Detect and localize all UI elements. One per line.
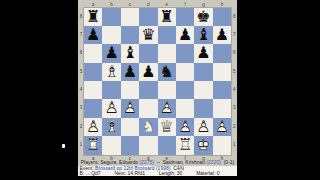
square-e7[interactable] xyxy=(158,26,176,44)
square-b7[interactable] xyxy=(102,26,120,44)
square-f1[interactable]: ♜♖ xyxy=(176,136,194,154)
rank-label-left-5: 5 xyxy=(79,63,84,81)
piece-black-rook[interactable]: ♜ xyxy=(158,8,176,26)
square-a5[interactable] xyxy=(84,63,102,81)
piece-black-pawn[interactable]: ♟ xyxy=(176,26,194,44)
square-h8[interactable] xyxy=(213,8,231,26)
piece-white-rook[interactable]: ♜♖ xyxy=(84,136,102,154)
rank-label-right-7: 7 xyxy=(232,26,237,44)
square-a8[interactable]: ♜ xyxy=(84,8,102,26)
rank-label-left-6: 6 xyxy=(79,44,84,62)
chess-board[interactable]: ♜♜♚♟♛♟♝♟♟♝♟♝♗♟♟♞♟♙♟♙♟♙♟♙♝♗♞♘♛♕♟♙♟♙♟♙♜♖♜♖… xyxy=(84,8,231,155)
square-h6[interactable] xyxy=(213,44,231,62)
piece-white-king[interactable]: ♚♔ xyxy=(194,136,212,154)
square-e5[interactable]: ♞ xyxy=(158,63,176,81)
square-c6[interactable]: ♝ xyxy=(121,44,139,62)
file-label-top-b: b xyxy=(102,2,120,7)
square-d5[interactable]: ♟ xyxy=(139,63,157,81)
square-a7[interactable]: ♟ xyxy=(84,26,102,44)
square-b6[interactable]: ♟ xyxy=(102,44,120,62)
video-artifact-dot xyxy=(62,144,65,148)
piece-black-pawn[interactable]: ♟ xyxy=(84,26,102,44)
square-e2[interactable]: ♛♕ xyxy=(158,118,176,136)
square-f5[interactable] xyxy=(176,63,194,81)
rank-labels-right: 87654321 xyxy=(232,8,237,155)
rank-label-right-4: 4 xyxy=(232,81,237,99)
rank-label-right-1: 1 xyxy=(232,136,237,154)
square-g4[interactable] xyxy=(194,81,212,99)
square-c8[interactable] xyxy=(121,8,139,26)
square-h2[interactable]: ♟♙ xyxy=(213,118,231,136)
square-e8[interactable]: ♜ xyxy=(158,8,176,26)
square-e6[interactable] xyxy=(158,44,176,62)
game-length: Length: 30 xyxy=(159,171,183,176)
square-a2[interactable]: ♟♙ xyxy=(84,118,102,136)
rank-label-right-6: 6 xyxy=(232,44,237,62)
piece-white-pawn[interactable]: ♟♙ xyxy=(102,99,120,117)
game-result: (0-1) xyxy=(224,159,235,165)
square-c3[interactable]: ♟♙ xyxy=(121,99,139,117)
square-b3[interactable]: ♟♙ xyxy=(102,99,120,117)
piece-black-queen[interactable]: ♛ xyxy=(139,26,157,44)
rank-label-left-7: 7 xyxy=(79,26,84,44)
square-a4[interactable] xyxy=(84,81,102,99)
file-labels-top: abcdefgh xyxy=(84,2,231,7)
square-h5[interactable] xyxy=(213,63,231,81)
square-b2[interactable]: ♝♗ xyxy=(102,118,120,136)
square-c4[interactable] xyxy=(121,81,139,99)
rank-labels-left: 87654321 xyxy=(79,8,84,155)
piece-white-bishop[interactable]: ♝♗ xyxy=(102,63,120,81)
square-f6[interactable] xyxy=(176,44,194,62)
piece-white-pawn[interactable]: ♟♙ xyxy=(213,118,231,136)
piece-black-bishop[interactable]: ♝ xyxy=(194,26,212,44)
square-d3[interactable] xyxy=(139,99,157,117)
piece-white-rook[interactable]: ♜♖ xyxy=(176,136,194,154)
square-d6[interactable] xyxy=(139,44,157,62)
piece-white-bishop[interactable]: ♝♗ xyxy=(102,118,120,136)
square-d8[interactable] xyxy=(139,8,157,26)
square-g8[interactable]: ♚ xyxy=(194,8,212,26)
piece-black-pawn[interactable]: ♟ xyxy=(102,44,120,62)
piece-black-king[interactable]: ♚ xyxy=(194,8,212,26)
square-g3[interactable] xyxy=(194,99,212,117)
file-label-top-a: a xyxy=(84,2,102,7)
piece-black-knight[interactable]: ♞ xyxy=(158,63,176,81)
file-label-top-d: d xyxy=(139,2,157,7)
square-e1[interactable] xyxy=(158,136,176,154)
square-b5[interactable]: ♝♗ xyxy=(102,63,120,81)
piece-white-knight[interactable]: ♞♘ xyxy=(139,118,157,136)
square-d2[interactable]: ♞♘ xyxy=(139,118,157,136)
piece-black-bishop[interactable]: ♝ xyxy=(121,44,139,62)
square-h3[interactable] xyxy=(213,99,231,117)
square-h7[interactable]: ♟ xyxy=(213,26,231,44)
square-f4[interactable] xyxy=(176,81,194,99)
square-c2[interactable] xyxy=(121,118,139,136)
square-b1[interactable] xyxy=(102,136,120,154)
piece-white-pawn[interactable]: ♟♙ xyxy=(158,99,176,117)
square-d1[interactable] xyxy=(139,136,157,154)
square-b8[interactable] xyxy=(102,8,120,26)
piece-black-pawn[interactable]: ♟ xyxy=(121,63,139,81)
piece-white-pawn[interactable]: ♟♙ xyxy=(176,118,194,136)
rank-label-right-8: 8 xyxy=(232,8,237,26)
square-e4[interactable] xyxy=(158,81,176,99)
moves-line: B: ... Qd7 Next: 14.Rfd1 Length: 30 Mate… xyxy=(80,171,220,176)
square-a6[interactable] xyxy=(84,44,102,62)
square-c1[interactable] xyxy=(121,136,139,154)
square-g6[interactable]: ♟ xyxy=(194,44,212,62)
rank-label-right-3: 3 xyxy=(232,99,237,117)
rank-label-left-4: 4 xyxy=(79,81,84,99)
square-g2[interactable]: ♟♙ xyxy=(194,118,212,136)
piece-white-pawn[interactable]: ♟♙ xyxy=(84,118,102,136)
square-e3[interactable]: ♟♙ xyxy=(158,99,176,117)
square-g5[interactable] xyxy=(194,63,212,81)
rank-label-left-1: 1 xyxy=(79,136,84,154)
piece-black-pawn[interactable]: ♟ xyxy=(194,44,212,62)
piece-black-pawn[interactable]: ♟ xyxy=(213,26,231,44)
next-move: Next: 14.Rfd1 xyxy=(114,171,145,176)
square-c7[interactable] xyxy=(121,26,139,44)
piece-white-queen[interactable]: ♛♕ xyxy=(158,118,176,136)
piece-white-pawn[interactable]: ♟♙ xyxy=(121,99,139,117)
material-balance: Material: 0 xyxy=(196,171,219,176)
square-d4[interactable] xyxy=(139,81,157,99)
square-a3[interactable] xyxy=(84,99,102,117)
rank-label-left-3: 3 xyxy=(79,99,84,117)
square-g7[interactable]: ♝ xyxy=(194,26,212,44)
file-label-top-e: e xyxy=(158,2,176,7)
black-player-rating: (2320) xyxy=(206,159,220,165)
square-g1[interactable]: ♚♔ xyxy=(194,136,212,154)
square-h1[interactable] xyxy=(213,136,231,154)
file-label-top-g: g xyxy=(194,2,212,7)
piece-black-rook[interactable]: ♜ xyxy=(84,8,102,26)
piece-white-pawn[interactable]: ♟♙ xyxy=(194,118,212,136)
caption-bar: Event: Brossard op 12th Brossard (1998) … xyxy=(78,166,237,176)
square-f8[interactable] xyxy=(176,8,194,26)
board-frame: abcdefgh abcdefgh 87654321 87654321 ♜♜♚♟… xyxy=(78,0,237,176)
square-a1[interactable]: ♜♖ xyxy=(84,136,102,154)
file-label-top-f: f xyxy=(176,2,194,7)
square-f7[interactable]: ♟ xyxy=(176,26,194,44)
square-c5[interactable]: ♟ xyxy=(121,63,139,81)
piece-black-pawn[interactable]: ♟ xyxy=(139,63,157,81)
rank-label-right-2: 2 xyxy=(232,118,237,136)
square-f3[interactable] xyxy=(176,99,194,117)
rank-label-right-5: 5 xyxy=(232,63,237,81)
rank-label-left-8: 8 xyxy=(79,8,84,26)
rank-label-left-2: 2 xyxy=(79,118,84,136)
file-label-top-c: c xyxy=(121,2,139,7)
last-move: B: ... Qd7 xyxy=(80,171,101,176)
square-h4[interactable] xyxy=(213,81,231,99)
square-f2[interactable]: ♟♙ xyxy=(176,118,194,136)
file-label-top-h: h xyxy=(213,2,231,7)
square-b4[interactable] xyxy=(102,81,120,99)
square-d7[interactable]: ♛ xyxy=(139,26,157,44)
